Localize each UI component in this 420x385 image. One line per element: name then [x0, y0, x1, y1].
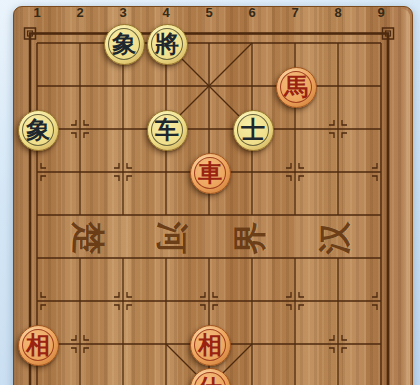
- piece-glyph: 象: [112, 32, 136, 56]
- piece-glyph: 相: [198, 333, 222, 357]
- piece-black-chariot[interactable]: 车: [147, 110, 188, 151]
- piece-glyph: 車: [198, 161, 222, 185]
- column-label-7: 7: [285, 5, 305, 20]
- column-label-8: 8: [328, 5, 348, 20]
- screenshot-root: 123456789 楚河界汉 象將馬象车士車相相仕: [0, 0, 420, 385]
- piece-red-advisor[interactable]: 仕: [190, 368, 231, 385]
- piece-black-general[interactable]: 將: [147, 24, 188, 65]
- piece-red-elephant-1[interactable]: 相: [18, 325, 59, 366]
- piece-red-elephant-2[interactable]: 相: [190, 325, 231, 366]
- column-label-6: 6: [242, 5, 262, 20]
- piece-glyph: 將: [155, 32, 179, 56]
- piece-red-horse[interactable]: 馬: [276, 67, 317, 108]
- piece-black-elephant-1[interactable]: 象: [104, 24, 145, 65]
- piece-glyph: 馬: [284, 75, 308, 99]
- column-label-9: 9: [371, 5, 391, 20]
- column-label-3: 3: [113, 5, 133, 20]
- piece-glyph: 士: [241, 118, 265, 142]
- piece-glyph: 车: [155, 118, 179, 142]
- piece-glyph: 象: [26, 118, 50, 142]
- piece-red-chariot[interactable]: 車: [190, 153, 231, 194]
- piece-glyph: 仕: [198, 376, 222, 385]
- piece-layer: 象將馬象车士車相相仕: [16, 22, 403, 385]
- column-label-5: 5: [199, 5, 219, 20]
- piece-glyph: 相: [26, 333, 50, 357]
- column-label-2: 2: [70, 5, 90, 20]
- piece-black-advisor[interactable]: 士: [233, 110, 274, 151]
- piece-black-elephant-2[interactable]: 象: [18, 110, 59, 151]
- column-label-4: 4: [156, 5, 176, 20]
- column-label-1: 1: [27, 5, 47, 20]
